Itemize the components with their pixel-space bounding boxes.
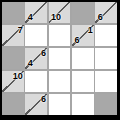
entry-cell-r1c1[interactable] [25,25,47,46]
clue-cell-r0c4: 6 [95,2,117,23]
blocked-cell-r4c4 [95,94,117,115]
entry-cell-r3c4[interactable] [95,71,117,92]
down-clue: 10 [51,13,61,22]
entry-cell-r1c2[interactable] [49,25,71,46]
down-clue: 4 [28,59,33,68]
entry-cell-r3c3[interactable] [72,71,94,92]
blocked-cell-r4c0 [2,94,24,115]
clue-cell-r4c1: 6 [25,94,47,115]
across-clue: 1 [88,26,93,35]
clue-cell-r1c0: 7 [2,25,24,46]
entry-cell-r2c3[interactable] [72,48,94,69]
down-clue: 6 [98,13,103,22]
down-clue: 4 [28,13,33,22]
kakuro-board: 410671664106 [0,0,120,120]
clue-cell-r0c1: 4 [25,2,47,23]
across-clue: 7 [18,26,23,35]
down-clue: 6 [74,36,79,45]
blocked-cell-r2c0 [2,48,24,69]
blocked-cell-r0c0 [2,2,24,23]
entry-cell-r1c4[interactable] [95,25,117,46]
entry-cell-r3c1[interactable] [25,71,47,92]
entry-cell-r2c4[interactable] [95,48,117,69]
entry-cell-r3c2[interactable] [49,71,71,92]
across-clue: 6 [41,95,46,104]
clue-cell-r3c0: 10 [2,71,24,92]
entry-cell-r4c3[interactable] [72,94,94,115]
blocked-cell-r0c3 [72,2,94,23]
clue-cell-r1c3: 16 [72,25,94,46]
entry-cell-r2c2[interactable] [49,48,71,69]
clue-cell-r0c2: 10 [49,2,71,23]
across-clue: 10 [13,72,23,81]
across-clue: 6 [41,49,46,58]
clue-cell-r2c1: 64 [25,48,47,69]
entry-cell-r4c2[interactable] [49,94,71,115]
